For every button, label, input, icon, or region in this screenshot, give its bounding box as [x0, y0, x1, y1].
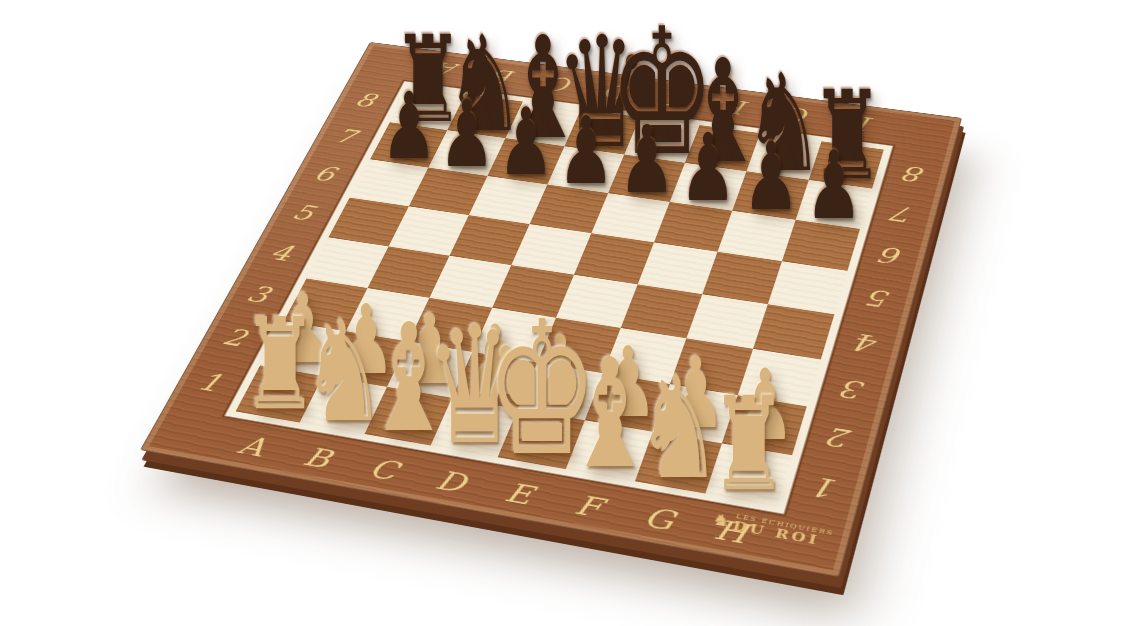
rank-label-right-3: 3 — [840, 374, 870, 405]
rank-label-left-2: 2 — [218, 323, 252, 352]
rank-label-right-6: 6 — [879, 242, 907, 270]
file-label-near-a: A — [234, 430, 272, 462]
file-label-near-c: C — [364, 452, 403, 485]
file-label-far-c: C — [546, 72, 578, 96]
file-label-far-f: F — [724, 95, 753, 119]
file-label-near-g: G — [640, 501, 679, 536]
chessboard-photo-scene: ABCDEFGH ABCDEFGH 87654321 87654321 ♞ LE… — [0, 0, 1131, 626]
rank-label-left-4: 4 — [266, 239, 298, 266]
rank-label-right-1: 1 — [812, 471, 843, 505]
file-label-near-b: B — [299, 441, 337, 474]
chess-board: ABCDEFGH ABCDEFGH 87654321 87654321 ♞ LE… — [140, 42, 962, 577]
file-label-far-h: H — [843, 110, 877, 135]
file-label-far-e: E — [663, 87, 693, 111]
rank-label-left-3: 3 — [242, 280, 275, 308]
file-label-far-b: B — [489, 65, 520, 88]
rank-label-left-8: 8 — [351, 88, 380, 111]
rank-label-right-5: 5 — [867, 284, 896, 313]
square-h1[interactable] — [705, 443, 792, 506]
file-label-near-e: E — [501, 476, 538, 510]
file-label-far-d: D — [603, 80, 635, 104]
rank-label-right-2: 2 — [826, 422, 857, 454]
rank-label-left-6: 6 — [310, 161, 341, 186]
file-label-near-d: D — [431, 464, 471, 498]
rank-label-left-1: 1 — [193, 367, 228, 397]
file-label-far-g: G — [783, 103, 815, 128]
rank-label-left-7: 7 — [331, 124, 361, 148]
file-label-far-a: A — [433, 58, 464, 81]
file-label-near-f: F — [571, 489, 607, 523]
rank-label-right-7: 7 — [891, 201, 918, 228]
knight-icon: ♞ — [710, 512, 733, 530]
rank-label-right-4: 4 — [854, 328, 883, 358]
rank-label-right-8: 8 — [903, 161, 930, 187]
rank-label-left-5: 5 — [288, 199, 319, 225]
